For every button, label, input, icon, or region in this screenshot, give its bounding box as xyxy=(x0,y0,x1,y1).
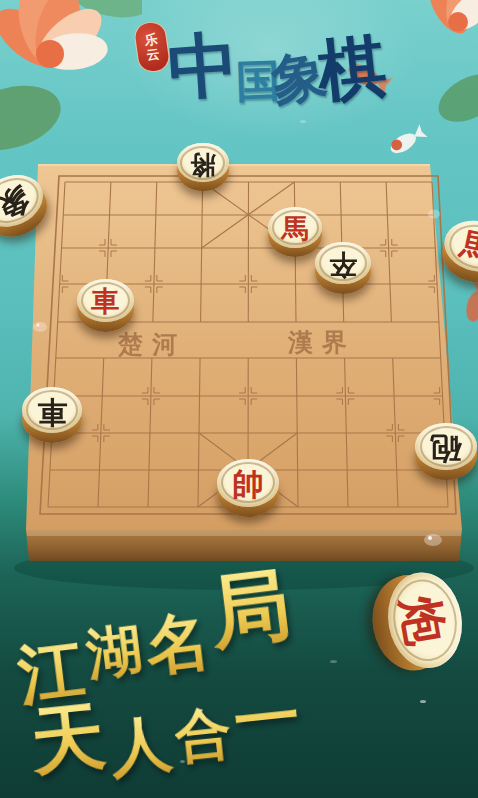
app-screen: 中国象棋 乐 云 楚河 漢界 將 馬 卒 車 車 砲 帥 象 馬 炮 江湖名局 … xyxy=(0,0,478,798)
piece-character: 車 xyxy=(22,390,82,433)
piece-character: 車 xyxy=(77,282,134,322)
piece-red-1-4[interactable]: 車 xyxy=(77,279,134,332)
piece-character: 帥 xyxy=(217,462,280,506)
piece-black-3-0[interactable]: 將 xyxy=(177,143,229,191)
decor-piece[interactable]: 炮 xyxy=(365,566,470,676)
seal-char-bottom: 云 xyxy=(146,47,161,63)
tagline-char: 一 xyxy=(229,671,304,767)
tagline-char: 合 xyxy=(171,696,235,777)
game-title: 中国象棋 xyxy=(0,0,478,130)
river-label-left: 楚河 xyxy=(118,328,186,361)
piece-character: 將 xyxy=(177,146,229,183)
piece-black-0-7[interactable]: 車 xyxy=(22,387,82,443)
title-char: 中 xyxy=(165,18,241,117)
tagline-char: 人 xyxy=(106,701,176,791)
sparkle xyxy=(420,700,426,703)
sparkle xyxy=(330,660,337,663)
tagline-char: 天 xyxy=(26,687,110,794)
piece-black-6-3[interactable]: 卒 xyxy=(315,242,371,294)
piece-red-4-9[interactable]: 帥 xyxy=(217,459,280,517)
piece-black-8-8[interactable]: 砲 xyxy=(415,423,477,480)
title-char: 棋 xyxy=(313,21,390,119)
piece-character: 卒 xyxy=(315,245,371,284)
river-label-right: 漢界 xyxy=(288,326,356,359)
seal-char-top: 乐 xyxy=(144,32,159,48)
tagline-char: 局 xyxy=(204,552,297,669)
piece-character: 砲 xyxy=(415,426,477,470)
